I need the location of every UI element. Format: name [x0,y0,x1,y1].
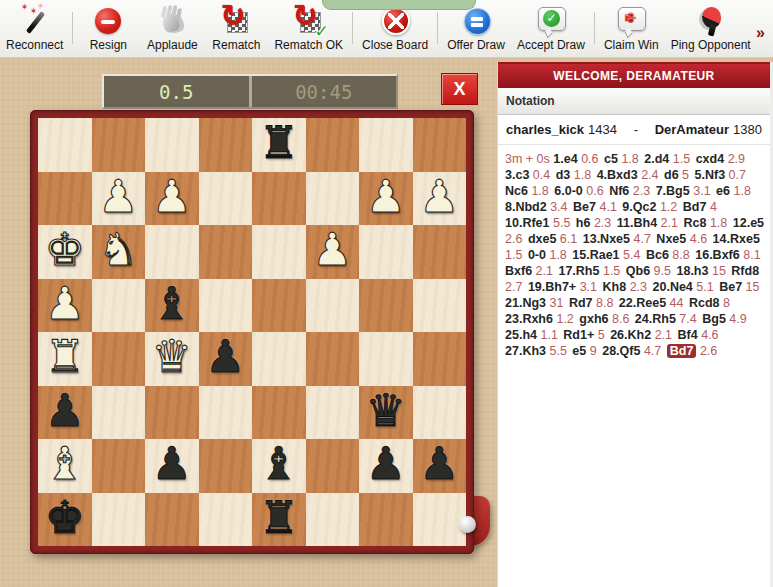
move-time: 8.1 [743,248,760,262]
piece-white-pawn: ♟ [45,277,85,330]
icon-badge: ✓ [543,10,560,27]
move[interactable]: 5.Nf3 [695,168,726,182]
square-g4[interactable] [92,279,146,333]
move[interactable]: Rd7 [569,296,593,310]
players-separator: - [617,122,655,137]
square-d1[interactable]: ♜ [252,118,306,172]
white-player-rating: 1434 [588,122,617,137]
move-time: 1.2 [556,312,573,326]
piece-black-rook: ♜ [259,491,299,544]
move[interactable]: 11.Bh4 [617,216,657,230]
board-knob-ball[interactable] [459,516,476,533]
move-time: 2.1 [536,264,553,278]
move-time: 5.5 [549,344,566,358]
move-time: 7.4 [679,312,696,326]
game-clock: 0.5 00:45 [102,74,398,109]
square-a4[interactable] [413,279,467,333]
square-c3[interactable]: ♟ [306,225,360,279]
move[interactable]: Be7 [719,280,742,294]
toolbar-button-applaude[interactable]: Applaude [140,6,204,52]
square-h3[interactable]: ♚ [38,225,92,279]
move-time: 6.1 [560,232,577,246]
move-time: 0.4 [533,168,550,182]
toolbar-button-label: Ping Opponent [671,38,751,52]
move[interactable]: Bf4 [678,328,698,342]
move[interactable]: Nxe5 [656,232,686,246]
move[interactable]: 27.Kh3 [505,344,546,358]
equal-circle-icon [459,6,493,36]
move[interactable]: Be7 [573,200,596,214]
square-b3[interactable] [359,225,413,279]
toolbar-separator [594,12,595,44]
piece-black-bishop: ♝ [152,277,192,330]
move[interactable]: 25.h4 [505,328,537,342]
toolbar-button-resign[interactable]: Resign [76,6,140,52]
square-b4[interactable] [359,279,413,333]
move[interactable]: Kh8 [603,280,627,294]
move-time: 1.8 [710,216,727,230]
move[interactable]: 2.d4 [644,152,669,166]
piece-black-pawn: ♟ [152,437,192,490]
move-time: 4.7 [633,232,650,246]
move-time: 8.8 [596,296,613,310]
piece-white-queen: ♛ [152,330,192,383]
square-d6[interactable] [252,386,306,440]
square-c8[interactable] [306,493,360,547]
move-time: 0.7 [729,168,746,182]
move[interactable]: 15.Rae1 [572,248,619,262]
square-d4[interactable] [252,279,306,333]
chess-board: ♜♟♟♟♟♚♞♟♟♝♜♛♟♟♛♝♟♝♟♟♚♜ [38,118,466,546]
piece-black-pawn: ♟ [419,437,459,490]
toolbar-separator [352,12,353,44]
piece-white-bishop: ♝ [45,437,85,490]
piece-black-queen: ♛ [366,384,406,437]
move[interactable]: d3 [556,168,571,182]
square-f4[interactable]: ♝ [145,279,199,333]
move-time: 2.6 [700,344,717,358]
move[interactable]: 0-0 [528,248,546,262]
move-time: 8.8 [672,248,689,262]
minus-circle-icon [91,6,125,36]
move-time: 1.8 [531,184,548,198]
square-b1[interactable] [359,118,413,172]
move-time: 2.3 [633,184,650,198]
move[interactable]: cxd4 [696,152,725,166]
toolbar-items: ReconnectResignApplaudeRematch✓Rematch O… [0,6,757,52]
move-time: 3.1 [693,184,710,198]
piece-black-bishop: ♝ [259,437,299,490]
square-d8[interactable]: ♜ [252,493,306,547]
move-time: 15 [712,264,726,278]
move[interactable]: 18.h3 [676,264,708,278]
rematch-icon [219,6,253,36]
move-time: 2.1 [655,328,672,342]
magic-wand-icon [18,6,52,36]
move[interactable]: 24.Rh5 [635,312,676,326]
toolbar-button-label: Reconnect [6,38,63,52]
move-time: 4.9 [729,312,746,326]
move[interactable]: Bd7 [683,200,707,214]
move-time: 2.1 [661,216,678,230]
square-a7[interactable]: ♟ [413,439,467,493]
move-time: 4.7 [644,344,661,358]
square-f8[interactable] [145,493,199,547]
move[interactable]: Rc8 [683,216,706,230]
playchess-window: ReconnectResignApplaudeRematch✓Rematch O… [0,0,773,587]
square-d5[interactable] [252,332,306,386]
toolbar-overflow-button[interactable]: » [756,24,765,42]
square-c5[interactable] [306,332,360,386]
board-frame: ♜♟♟♟♟♚♞♟♟♝♜♛♟♟♛♝♟♝♟♟♚♜ [30,110,474,554]
toolbar-button-label: Accept Draw [517,38,585,52]
move[interactable]: h6 [576,216,591,230]
applause-hand-icon [155,6,189,36]
square-g1[interactable] [92,118,146,172]
toolbar-separator [72,12,73,44]
time-control-label: 3m + 0s [505,152,550,166]
piece-black-rook: ♜ [259,116,299,169]
toolbar-button-ping-opponent[interactable]: Ping Opponent [665,6,757,52]
move-time: 1.5 [603,264,620,278]
piece-black-king: ♚ [45,491,85,544]
move-time: 2.7 [505,280,522,294]
square-c7[interactable] [306,439,360,493]
square-f6[interactable] [145,386,199,440]
square-b7[interactable]: ♟ [359,439,413,493]
move[interactable]: 10.Rfe1 [505,216,549,230]
toolbar-button-label: Resign [82,38,134,52]
clock-black-time: 00:45 [252,76,397,107]
square-a8[interactable] [413,493,467,547]
move[interactable]: 21.Ng3 [505,296,546,310]
move[interactable]: Qb6 [626,264,650,278]
square-d3[interactable] [252,225,306,279]
move-time: 44 [670,296,684,310]
piece-white-pawn: ♟ [152,170,192,223]
move-time: 1.5 [673,152,690,166]
square-a5[interactable] [413,332,467,386]
square-e8[interactable] [199,493,253,547]
square-d2[interactable] [252,172,306,226]
toolbar-button-label: Close Board [362,38,428,52]
move[interactable]: Nc6 [505,184,528,198]
square-d7[interactable]: ♝ [252,439,306,493]
square-e5[interactable]: ♟ [199,332,253,386]
square-f5[interactable]: ♛ [145,332,199,386]
move[interactable]: d6 [664,168,679,182]
square-b5[interactable] [359,332,413,386]
toolbar-button-offer-draw[interactable]: Offer Draw [441,6,511,52]
move-time: 0.6 [581,152,598,166]
notification-tab [322,0,476,10]
right-panel: WELCOME, DERAMATEUR Notation charles_kic… [497,62,773,587]
move-time: 2.6 [505,232,522,246]
move-time: 5 [682,168,689,182]
square-g8[interactable] [92,493,146,547]
move[interactable]: 1.e4 [553,152,577,166]
move-time: 4.6 [690,232,707,246]
piece-black-pawn: ♟ [366,437,406,490]
toolbar-button-label: Rematch [210,38,262,52]
move[interactable]: 23.Rxh6 [505,312,553,326]
move-time: 5 [598,328,605,342]
square-a2[interactable]: ♟ [413,172,467,226]
move[interactable]: 7.Bg5 [656,184,690,198]
toolbar-button-reconnect[interactable]: Reconnect [0,6,69,52]
welcome-header: WELCOME, DERAMATEUR [498,62,770,88]
piece-white-king: ♚ [45,223,85,276]
square-e6[interactable] [199,386,253,440]
toolbar-button-label: Claim Win [604,38,659,52]
piece-white-pawn: ♟ [98,170,138,223]
move[interactable]: Rcd8 [689,296,720,310]
square-c4[interactable] [306,279,360,333]
move[interactable]: gxh6 [579,312,608,326]
tab-notation[interactable]: Notation [498,88,770,115]
toolbar-button-rematch[interactable]: Rematch [204,6,268,52]
icon-badge: ✓ [314,21,328,41]
move[interactable]: Bg5 [702,312,726,326]
move-time: 9 [590,344,597,358]
piece-white-pawn: ♟ [419,170,459,223]
square-f3[interactable] [145,225,199,279]
move[interactable]: 22.Ree5 [619,296,666,310]
move-time: 1.2 [660,200,677,214]
move-time: 4 [710,200,717,214]
move-time: 4.6 [701,328,718,342]
square-f1[interactable] [145,118,199,172]
move-time: 5.5 [553,216,570,230]
move-time: 31 [549,296,563,310]
black-player-rating: 1380 [733,122,762,137]
square-h6[interactable]: ♟ [38,386,92,440]
square-f7[interactable]: ♟ [145,439,199,493]
move[interactable]: 3.c3 [505,168,529,182]
move[interactable]: 13.Nxe5 [583,232,630,246]
toolbar-button-label: Offer Draw [447,38,505,52]
players-row: charles_kick 1434 - DerAmateur 1380 [498,115,770,145]
piece-black-pawn: ♟ [205,330,245,383]
move[interactable]: 20.Ne4 [653,280,693,294]
toolbar-button-claim-win[interactable]: ♚Claim Win [598,6,665,52]
piece-white-pawn: ♟ [366,170,406,223]
toolbar-button-label: Applaude [146,38,198,52]
toolbar-button-label: Rematch OK [274,38,343,52]
move[interactable]: 12.e5 [733,216,764,230]
move-time: 2.3 [630,280,647,294]
move-time: 1.5 [505,248,522,262]
square-b8[interactable] [359,493,413,547]
square-h4[interactable]: ♟ [38,279,92,333]
square-a1[interactable] [413,118,467,172]
move[interactable]: 4.Bxd3 [597,168,638,182]
square-h7[interactable]: ♝ [38,439,92,493]
move-time: 1.8 [574,168,591,182]
white-player-name: charles_kick [506,122,584,137]
square-f2[interactable]: ♟ [145,172,199,226]
move-time: 0.6 [586,184,603,198]
square-g2[interactable]: ♟ [92,172,146,226]
move-time: 4.1 [599,200,616,214]
move-time: 5.1 [696,280,713,294]
move[interactable]: Nf6 [609,184,629,198]
move-time: 1.8 [733,184,750,198]
move[interactable]: Rd1+ [563,328,594,342]
move-time: 8 [723,296,730,310]
move-time: 5.4 [623,248,640,262]
square-c1[interactable] [306,118,360,172]
move[interactable]: dxe5 [528,232,557,246]
toolbar-separator [437,12,438,44]
close-circle-icon [378,6,412,36]
move[interactable]: 17.Rh5 [558,264,599,278]
square-a3[interactable] [413,225,467,279]
square-c2[interactable] [306,172,360,226]
move[interactable]: Rfd8 [731,264,759,278]
move[interactable]: c5 [604,152,618,166]
black-player-name: DerAmateur [655,122,729,137]
move[interactable]: 6.0-0 [554,184,583,198]
move[interactable]: 16.Bxf6 [695,248,739,262]
rematch-ok-icon: ✓ [292,6,326,36]
square-h8[interactable]: ♚ [38,493,92,547]
move[interactable]: 26.Kh2 [610,328,651,342]
paddle-icon [694,6,728,36]
move-time: 2.9 [728,152,745,166]
move-time: 9.5 [654,264,671,278]
move[interactable]: e5 [572,344,586,358]
piece-white-pawn: ♟ [312,223,352,276]
move-time: 2.4 [641,168,658,182]
icon-badge: ♚ [621,11,639,24]
move-time: 3.1 [580,280,597,294]
square-e1[interactable] [199,118,253,172]
move[interactable]: 14.Rxe5 [713,232,760,246]
move[interactable]: e6 [716,184,730,198]
accept-draw-icon: ✓ [534,6,568,36]
square-h1[interactable] [38,118,92,172]
close-board-x-button[interactable]: X [441,73,478,105]
move-time: 15 [746,280,760,294]
move-time: 8.6 [612,312,629,326]
clock-white-time: 0.5 [104,76,249,107]
square-g3[interactable]: ♞ [92,225,146,279]
move-time: 2.3 [594,216,611,230]
square-e4[interactable] [199,279,253,333]
square-g6[interactable] [92,386,146,440]
move[interactable]: 9.Qc2 [622,200,656,214]
move-time: 1.8 [549,248,566,262]
move[interactable]: 28.Qf5 [602,344,640,358]
square-h2[interactable] [38,172,92,226]
piece-white-rook: ♜ [45,330,85,383]
move[interactable]: Bc6 [646,248,669,262]
move-time: 1.8 [621,152,638,166]
move[interactable]: Bxf6 [505,264,532,278]
square-e3[interactable] [199,225,253,279]
square-e7[interactable] [199,439,253,493]
toolbar-button-rematch-ok[interactable]: ✓Rematch OK [268,6,349,52]
piece-black-pawn: ♟ [45,384,85,437]
square-c6[interactable] [306,386,360,440]
notation-moves: 3m + 0s 1.e4 0.6 c5 1.8 2.d4 1.5 cxd4 2.… [498,145,770,359]
square-h5[interactable]: ♜ [38,332,92,386]
square-g5[interactable] [92,332,146,386]
toolbar-button-close-board[interactable]: Close Board [356,6,434,52]
move[interactable]: 19.Bh7+ [528,280,576,294]
move-time: 3.4 [550,200,567,214]
current-move[interactable]: Bd7 [667,344,697,358]
square-a6[interactable] [413,386,467,440]
toolbar-button-accept-draw[interactable]: ✓Accept Draw [511,6,591,52]
square-g7[interactable] [92,439,146,493]
move-time: 1.1 [540,328,557,342]
move[interactable]: 8.Nbd2 [505,200,547,214]
claim-win-icon: ♚ [614,6,648,36]
square-b6[interactable]: ♛ [359,386,413,440]
piece-white-knight: ♞ [98,223,138,276]
square-e2[interactable] [199,172,253,226]
square-b2[interactable]: ♟ [359,172,413,226]
